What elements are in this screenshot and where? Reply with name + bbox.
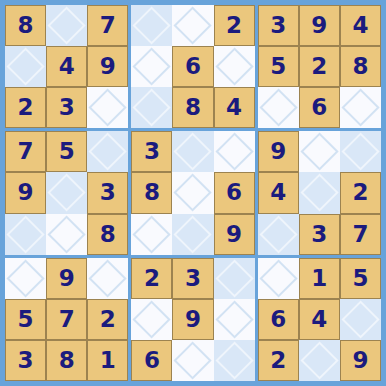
cell-r8c9[interactable] [340, 299, 381, 340]
diamond-icon [174, 215, 212, 253]
cell-r3c2: 3 [46, 87, 87, 128]
cell-r4c8[interactable] [299, 131, 340, 172]
box-3-3: 156429 [258, 258, 381, 381]
cell-r8c1: 5 [5, 299, 46, 340]
cell-r3c6: 4 [214, 87, 255, 128]
sudoku-board: 8749232684394528675938386994237957238123… [0, 0, 386, 386]
cell-r4c9[interactable] [340, 131, 381, 172]
cell-r6c3: 8 [87, 214, 128, 255]
diamond-icon [89, 259, 127, 297]
diamond-icon [259, 259, 297, 297]
cell-r3c1: 2 [5, 87, 46, 128]
cell-r2c7: 5 [258, 46, 299, 87]
cell-r5c7: 4 [258, 172, 299, 213]
cell-r1c5[interactable] [172, 5, 213, 46]
cell-r9c3: 1 [87, 340, 128, 381]
cell-r6c8: 3 [299, 214, 340, 255]
diamond-icon [300, 341, 338, 379]
box-3-1: 9572381 [5, 258, 128, 381]
cell-r4c6[interactable] [214, 131, 255, 172]
box-3-2: 2396 [131, 258, 254, 381]
cell-r1c3: 7 [87, 5, 128, 46]
cell-r3c9[interactable] [340, 87, 381, 128]
cell-r7c3[interactable] [87, 258, 128, 299]
cell-r1c7: 3 [258, 5, 299, 46]
box-2-1: 75938 [5, 131, 128, 254]
cell-r3c7[interactable] [258, 87, 299, 128]
cell-r7c5: 3 [172, 258, 213, 299]
cell-r9c1: 3 [5, 340, 46, 381]
cell-r7c2: 9 [46, 258, 87, 299]
diamond-icon [6, 259, 44, 297]
cell-r1c1: 8 [5, 5, 46, 46]
cell-r9c2: 8 [46, 340, 87, 381]
cell-r4c7: 9 [258, 131, 299, 172]
diamond-icon [133, 89, 171, 127]
cell-r1c4[interactable] [131, 5, 172, 46]
cell-r4c2: 5 [46, 131, 87, 172]
diamond-icon [6, 47, 44, 85]
diamond-icon [174, 133, 212, 171]
cell-r9c6[interactable] [214, 340, 255, 381]
cell-r6c7[interactable] [258, 214, 299, 255]
cell-r2c6[interactable] [214, 46, 255, 87]
cell-r1c9: 4 [340, 5, 381, 46]
diamond-icon [341, 133, 379, 171]
cell-r2c2: 4 [46, 46, 87, 87]
diamond-icon [133, 6, 171, 44]
diamond-icon [133, 215, 171, 253]
cell-r7c4: 2 [131, 258, 172, 299]
cell-r6c5[interactable] [172, 214, 213, 255]
cell-r2c5: 6 [172, 46, 213, 87]
diamond-icon [174, 341, 212, 379]
box-1-3: 3945286 [258, 5, 381, 128]
diamond-icon [133, 300, 171, 338]
cell-r4c1: 7 [5, 131, 46, 172]
cell-r8c8: 4 [299, 299, 340, 340]
cell-r5c1: 9 [5, 172, 46, 213]
diamond-icon [133, 47, 171, 85]
diamond-icon [215, 300, 253, 338]
cell-r8c2: 7 [46, 299, 87, 340]
diamond-icon [215, 47, 253, 85]
cell-r4c5[interactable] [172, 131, 213, 172]
cell-r9c7: 2 [258, 340, 299, 381]
box-1-1: 874923 [5, 5, 128, 128]
diamond-icon [341, 300, 379, 338]
cell-r5c3: 3 [87, 172, 128, 213]
cell-r9c5[interactable] [172, 340, 213, 381]
diamond-icon [6, 215, 44, 253]
box-1-2: 2684 [131, 5, 254, 128]
diamond-icon [259, 89, 297, 127]
cell-r1c8: 9 [299, 5, 340, 46]
cell-r8c4[interactable] [131, 299, 172, 340]
cell-r6c4[interactable] [131, 214, 172, 255]
cell-r7c7[interactable] [258, 258, 299, 299]
cell-r9c4: 6 [131, 340, 172, 381]
diamond-icon [300, 174, 338, 212]
cell-r3c8: 6 [299, 87, 340, 128]
diamond-icon [215, 341, 253, 379]
cell-r1c2[interactable] [46, 5, 87, 46]
cell-r7c1[interactable] [5, 258, 46, 299]
diamond-icon [259, 215, 297, 253]
cell-r6c1[interactable] [5, 214, 46, 255]
cell-r2c9: 8 [340, 46, 381, 87]
cell-r6c6: 9 [214, 214, 255, 255]
cell-r8c5: 9 [172, 299, 213, 340]
diamond-icon [174, 174, 212, 212]
cell-r5c9: 2 [340, 172, 381, 213]
cell-r6c2[interactable] [46, 214, 87, 255]
diamond-icon [174, 6, 212, 44]
diamond-icon [300, 133, 338, 171]
diamond-icon [89, 89, 127, 127]
box-2-2: 3869 [131, 131, 254, 254]
cell-r3c5: 8 [172, 87, 213, 128]
cell-r8c6[interactable] [214, 299, 255, 340]
diamond-icon [47, 174, 85, 212]
diamond-icon [215, 259, 253, 297]
cell-r5c2[interactable] [46, 172, 87, 213]
cell-r2c8: 2 [299, 46, 340, 87]
cell-r5c8[interactable] [299, 172, 340, 213]
cell-r9c8[interactable] [299, 340, 340, 381]
diamond-icon [47, 6, 85, 44]
cell-r5c4: 8 [131, 172, 172, 213]
cell-r3c3[interactable] [87, 87, 128, 128]
box-2-3: 94237 [258, 131, 381, 254]
diamond-icon [47, 215, 85, 253]
cell-r7c6[interactable] [214, 258, 255, 299]
cell-r2c4[interactable] [131, 46, 172, 87]
cell-r6c9: 7 [340, 214, 381, 255]
cell-r5c6: 6 [214, 172, 255, 213]
cell-r7c8: 1 [299, 258, 340, 299]
cell-r8c3: 2 [87, 299, 128, 340]
cell-r3c4[interactable] [131, 87, 172, 128]
diamond-icon [341, 89, 379, 127]
cell-r2c3: 9 [87, 46, 128, 87]
cell-r9c9: 9 [340, 340, 381, 381]
cell-r1c6: 2 [214, 5, 255, 46]
cell-r2c1[interactable] [5, 46, 46, 87]
cell-r8c7: 6 [258, 299, 299, 340]
diamond-icon [215, 133, 253, 171]
cell-r5c5[interactable] [172, 172, 213, 213]
diamond-icon [89, 133, 127, 171]
cell-r4c4: 3 [131, 131, 172, 172]
cell-r7c9: 5 [340, 258, 381, 299]
cell-r4c3[interactable] [87, 131, 128, 172]
